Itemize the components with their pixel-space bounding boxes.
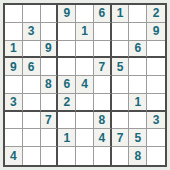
cell-r1c5[interactable]	[76, 5, 94, 23]
cell-r8c3[interactable]	[41, 129, 59, 147]
cell-r7c7[interactable]	[112, 112, 130, 130]
cell-r2c3[interactable]	[41, 23, 59, 41]
cell-r9c2[interactable]	[23, 147, 41, 165]
cell-r7c2[interactable]	[23, 112, 41, 130]
cell-r4c4[interactable]	[58, 58, 76, 76]
cell-r2c2: 3	[23, 23, 41, 41]
cell-r4c9[interactable]	[147, 58, 165, 76]
cell-r8c4: 1	[58, 129, 76, 147]
cell-r6c5[interactable]	[76, 94, 94, 112]
cell-r4c7: 5	[112, 58, 130, 76]
cell-r4c8[interactable]	[129, 58, 147, 76]
cell-r7c9: 3	[147, 112, 165, 130]
cell-r7c5[interactable]	[76, 112, 94, 130]
cell-r3c8: 6	[129, 41, 147, 59]
cell-r9c8: 8	[129, 147, 147, 165]
cell-r5c8[interactable]	[129, 76, 147, 94]
cell-r4c5[interactable]	[76, 58, 94, 76]
sudoku-board: 96123191969675864321783147548	[3, 3, 167, 167]
cell-r3c3: 9	[41, 41, 59, 59]
cell-r7c6: 8	[94, 112, 112, 130]
cell-r5c2[interactable]	[23, 76, 41, 94]
cell-r6c2[interactable]	[23, 94, 41, 112]
cell-r7c3: 7	[41, 112, 59, 130]
cell-r2c6[interactable]	[94, 23, 112, 41]
cell-r7c8[interactable]	[129, 112, 147, 130]
cell-r4c6: 7	[94, 58, 112, 76]
cell-r9c4[interactable]	[58, 147, 76, 165]
cell-r9c3[interactable]	[41, 147, 59, 165]
cell-r4c3[interactable]	[41, 58, 59, 76]
cell-r7c4[interactable]	[58, 112, 76, 130]
cell-r3c9[interactable]	[147, 41, 165, 59]
cell-r1c7: 1	[112, 5, 130, 23]
cell-r2c5: 1	[76, 23, 94, 41]
cell-r6c8: 1	[129, 94, 147, 112]
cell-r5c5: 4	[76, 76, 94, 94]
cell-r8c1[interactable]	[5, 129, 23, 147]
cell-r8c6: 4	[94, 129, 112, 147]
cell-r2c9: 9	[147, 23, 165, 41]
cell-r5c6[interactable]	[94, 76, 112, 94]
cell-r8c2[interactable]	[23, 129, 41, 147]
cell-r6c1: 3	[5, 94, 23, 112]
cell-r9c5[interactable]	[76, 147, 94, 165]
cell-r6c6[interactable]	[94, 94, 112, 112]
sudoku-page: 96123191969675864321783147548	[0, 0, 170, 170]
cell-r6c3[interactable]	[41, 94, 59, 112]
cell-r5c4: 6	[58, 76, 76, 94]
cell-r2c1[interactable]	[5, 23, 23, 41]
cell-r7c1[interactable]	[5, 112, 23, 130]
cell-r9c1: 4	[5, 147, 23, 165]
cell-r1c6: 6	[94, 5, 112, 23]
cell-r6c4: 2	[58, 94, 76, 112]
cell-r3c6[interactable]	[94, 41, 112, 59]
cell-r9c7[interactable]	[112, 147, 130, 165]
cell-r3c2[interactable]	[23, 41, 41, 59]
cell-r8c8: 5	[129, 129, 147, 147]
cell-r5c1[interactable]	[5, 76, 23, 94]
cell-r2c7[interactable]	[112, 23, 130, 41]
cell-r9c9[interactable]	[147, 147, 165, 165]
cell-r3c4[interactable]	[58, 41, 76, 59]
cell-r1c9: 2	[147, 5, 165, 23]
cell-r1c8[interactable]	[129, 5, 147, 23]
cell-r8c5[interactable]	[76, 129, 94, 147]
cell-r3c1: 1	[5, 41, 23, 59]
cell-r3c7[interactable]	[112, 41, 130, 59]
cell-r1c3[interactable]	[41, 5, 59, 23]
cell-r8c9[interactable]	[147, 129, 165, 147]
cell-r2c8[interactable]	[129, 23, 147, 41]
cell-r2c4[interactable]	[58, 23, 76, 41]
cell-r8c7: 7	[112, 129, 130, 147]
cell-r4c1: 9	[5, 58, 23, 76]
cell-r6c9[interactable]	[147, 94, 165, 112]
cell-r5c7[interactable]	[112, 76, 130, 94]
cell-r5c3: 8	[41, 76, 59, 94]
cell-r4c2: 6	[23, 58, 41, 76]
cell-r9c6[interactable]	[94, 147, 112, 165]
cell-r1c4: 9	[58, 5, 76, 23]
cell-r5c9[interactable]	[147, 76, 165, 94]
cell-r3c5[interactable]	[76, 41, 94, 59]
cell-r1c2[interactable]	[23, 5, 41, 23]
cell-r1c1[interactable]	[5, 5, 23, 23]
cell-r6c7[interactable]	[112, 94, 130, 112]
